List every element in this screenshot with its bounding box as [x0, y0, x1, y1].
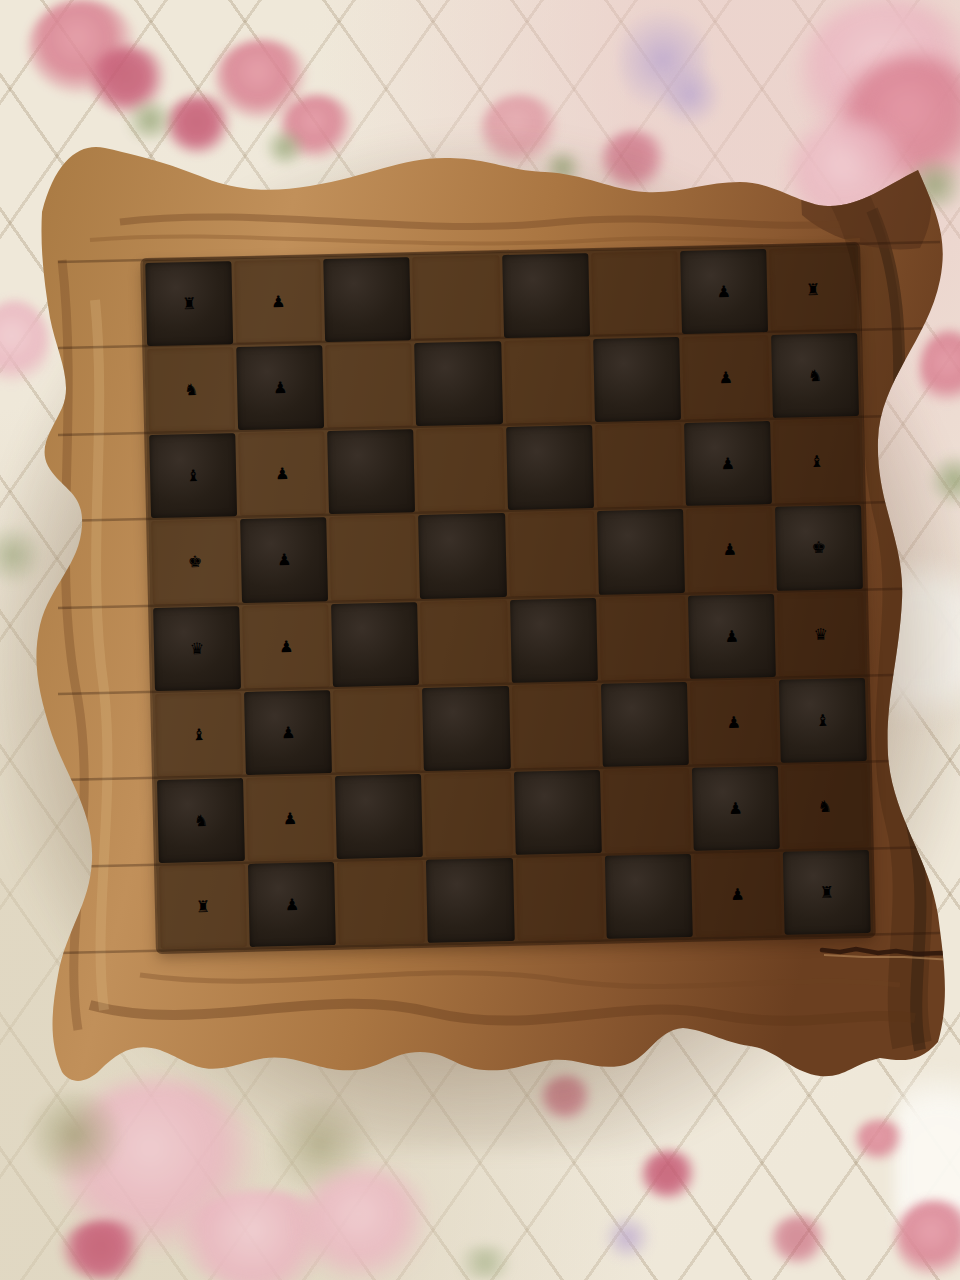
square-g8: ♞ [147, 347, 235, 432]
square-h3 [591, 251, 679, 336]
square-d5 [420, 600, 508, 685]
square-a1: ♜ [783, 850, 871, 935]
square-d3 [599, 595, 687, 680]
black-pawn-e7: ♟ [277, 550, 292, 569]
square-e8: ♚ [151, 519, 239, 604]
square-f7: ♟ [238, 431, 326, 516]
black-king-e8: ♚ [188, 552, 203, 571]
square-h5 [413, 255, 501, 340]
square-a3 [604, 854, 692, 939]
square-h7: ♟ [234, 259, 322, 344]
black-pawn-h7: ♟ [271, 292, 286, 311]
square-f2: ♟ [684, 421, 772, 506]
black-rook-a8: ♜ [196, 897, 211, 916]
square-a2: ♟ [694, 852, 782, 937]
square-c1: ♝ [779, 678, 867, 763]
black-queen-d8: ♛ [190, 638, 205, 657]
square-b8: ♞ [157, 778, 245, 863]
square-a5 [426, 858, 514, 943]
square-b4 [513, 770, 601, 855]
square-g4 [504, 339, 592, 424]
square-d6 [331, 602, 419, 687]
square-e5 [418, 513, 506, 598]
square-d4 [510, 598, 598, 683]
white-knight-g1: ♞ [808, 366, 823, 385]
black-pawn-g7: ♟ [273, 378, 288, 397]
square-f5 [417, 427, 505, 512]
square-e7: ♟ [240, 517, 328, 602]
square-f8: ♝ [149, 433, 237, 518]
white-rook-h1: ♜ [806, 280, 821, 299]
square-a6 [337, 860, 425, 945]
square-f4 [506, 425, 594, 510]
square-c2: ♟ [690, 680, 778, 765]
chess-board-grid: ♜♟♟♜♞♟♟♞♝♟♟♝♚♟♟♚♛♟♟♛♝♟♟♝♞♟♟♞♜♟♟♜ [142, 244, 874, 952]
white-bishop-c1: ♝ [815, 710, 830, 729]
square-h8: ♜ [145, 261, 233, 346]
square-h4 [502, 253, 590, 338]
square-b6 [335, 774, 423, 859]
square-h1: ♜ [769, 247, 857, 332]
square-d7: ♟ [242, 604, 330, 689]
white-pawn-e2: ♟ [722, 540, 737, 559]
black-bishop-f8: ♝ [186, 466, 201, 485]
white-pawn-h2: ♟ [717, 282, 732, 301]
white-bishop-f1: ♝ [810, 452, 825, 471]
white-rook-a1: ♜ [819, 883, 834, 902]
square-b7: ♟ [246, 776, 334, 861]
white-pawn-a2: ♟ [730, 885, 745, 904]
square-h6 [324, 257, 412, 342]
black-rook-h8: ♜ [182, 294, 197, 313]
square-e1: ♚ [775, 505, 863, 590]
white-pawn-f2: ♟ [720, 454, 735, 473]
square-d1: ♛ [777, 591, 865, 676]
black-knight-g8: ♞ [184, 380, 199, 399]
square-a4 [515, 856, 603, 941]
square-g3 [593, 337, 681, 422]
square-d2: ♟ [688, 593, 776, 678]
black-pawn-f7: ♟ [275, 464, 290, 483]
square-c4 [511, 684, 599, 769]
black-pawn-a7: ♟ [285, 895, 300, 914]
square-e6 [329, 515, 417, 600]
square-a8: ♜ [159, 864, 247, 949]
overhead-photo-chess-set: Overhead photograph of a handmade olive-… [0, 0, 960, 1280]
square-g7: ♟ [236, 345, 324, 430]
square-e3 [597, 509, 685, 594]
square-b2: ♟ [692, 766, 780, 851]
black-pawn-d7: ♟ [279, 636, 294, 655]
square-e2: ♟ [686, 507, 774, 592]
square-g2: ♟ [682, 335, 770, 420]
black-bishop-c8: ♝ [192, 725, 207, 744]
square-b5 [424, 772, 512, 857]
square-g1: ♞ [771, 333, 859, 418]
square-f6 [327, 429, 415, 514]
square-e4 [508, 511, 596, 596]
white-pawn-g2: ♟ [718, 368, 733, 387]
white-pawn-d2: ♟ [724, 626, 739, 645]
square-b1: ♞ [781, 764, 869, 849]
square-c7: ♟ [244, 690, 332, 775]
square-c3 [601, 682, 689, 767]
square-f3 [595, 423, 683, 508]
square-c8: ♝ [155, 692, 243, 777]
white-pawn-b2: ♟ [728, 799, 743, 818]
white-pawn-c2: ♟ [726, 712, 741, 731]
black-pawn-c7: ♟ [281, 723, 296, 742]
square-a7: ♟ [248, 862, 336, 947]
white-knight-b1: ♞ [817, 797, 832, 816]
white-queen-d1: ♛ [813, 624, 828, 643]
square-g5 [415, 341, 503, 426]
square-b3 [603, 768, 691, 853]
square-c6 [333, 688, 421, 773]
black-knight-b8: ♞ [194, 811, 209, 830]
square-h2: ♟ [680, 249, 768, 334]
square-d8: ♛ [153, 606, 241, 691]
square-g6 [325, 343, 413, 428]
white-king-e1: ♚ [811, 538, 826, 557]
square-f1: ♝ [773, 419, 861, 504]
black-pawn-b7: ♟ [283, 809, 298, 828]
square-c5 [422, 686, 510, 771]
